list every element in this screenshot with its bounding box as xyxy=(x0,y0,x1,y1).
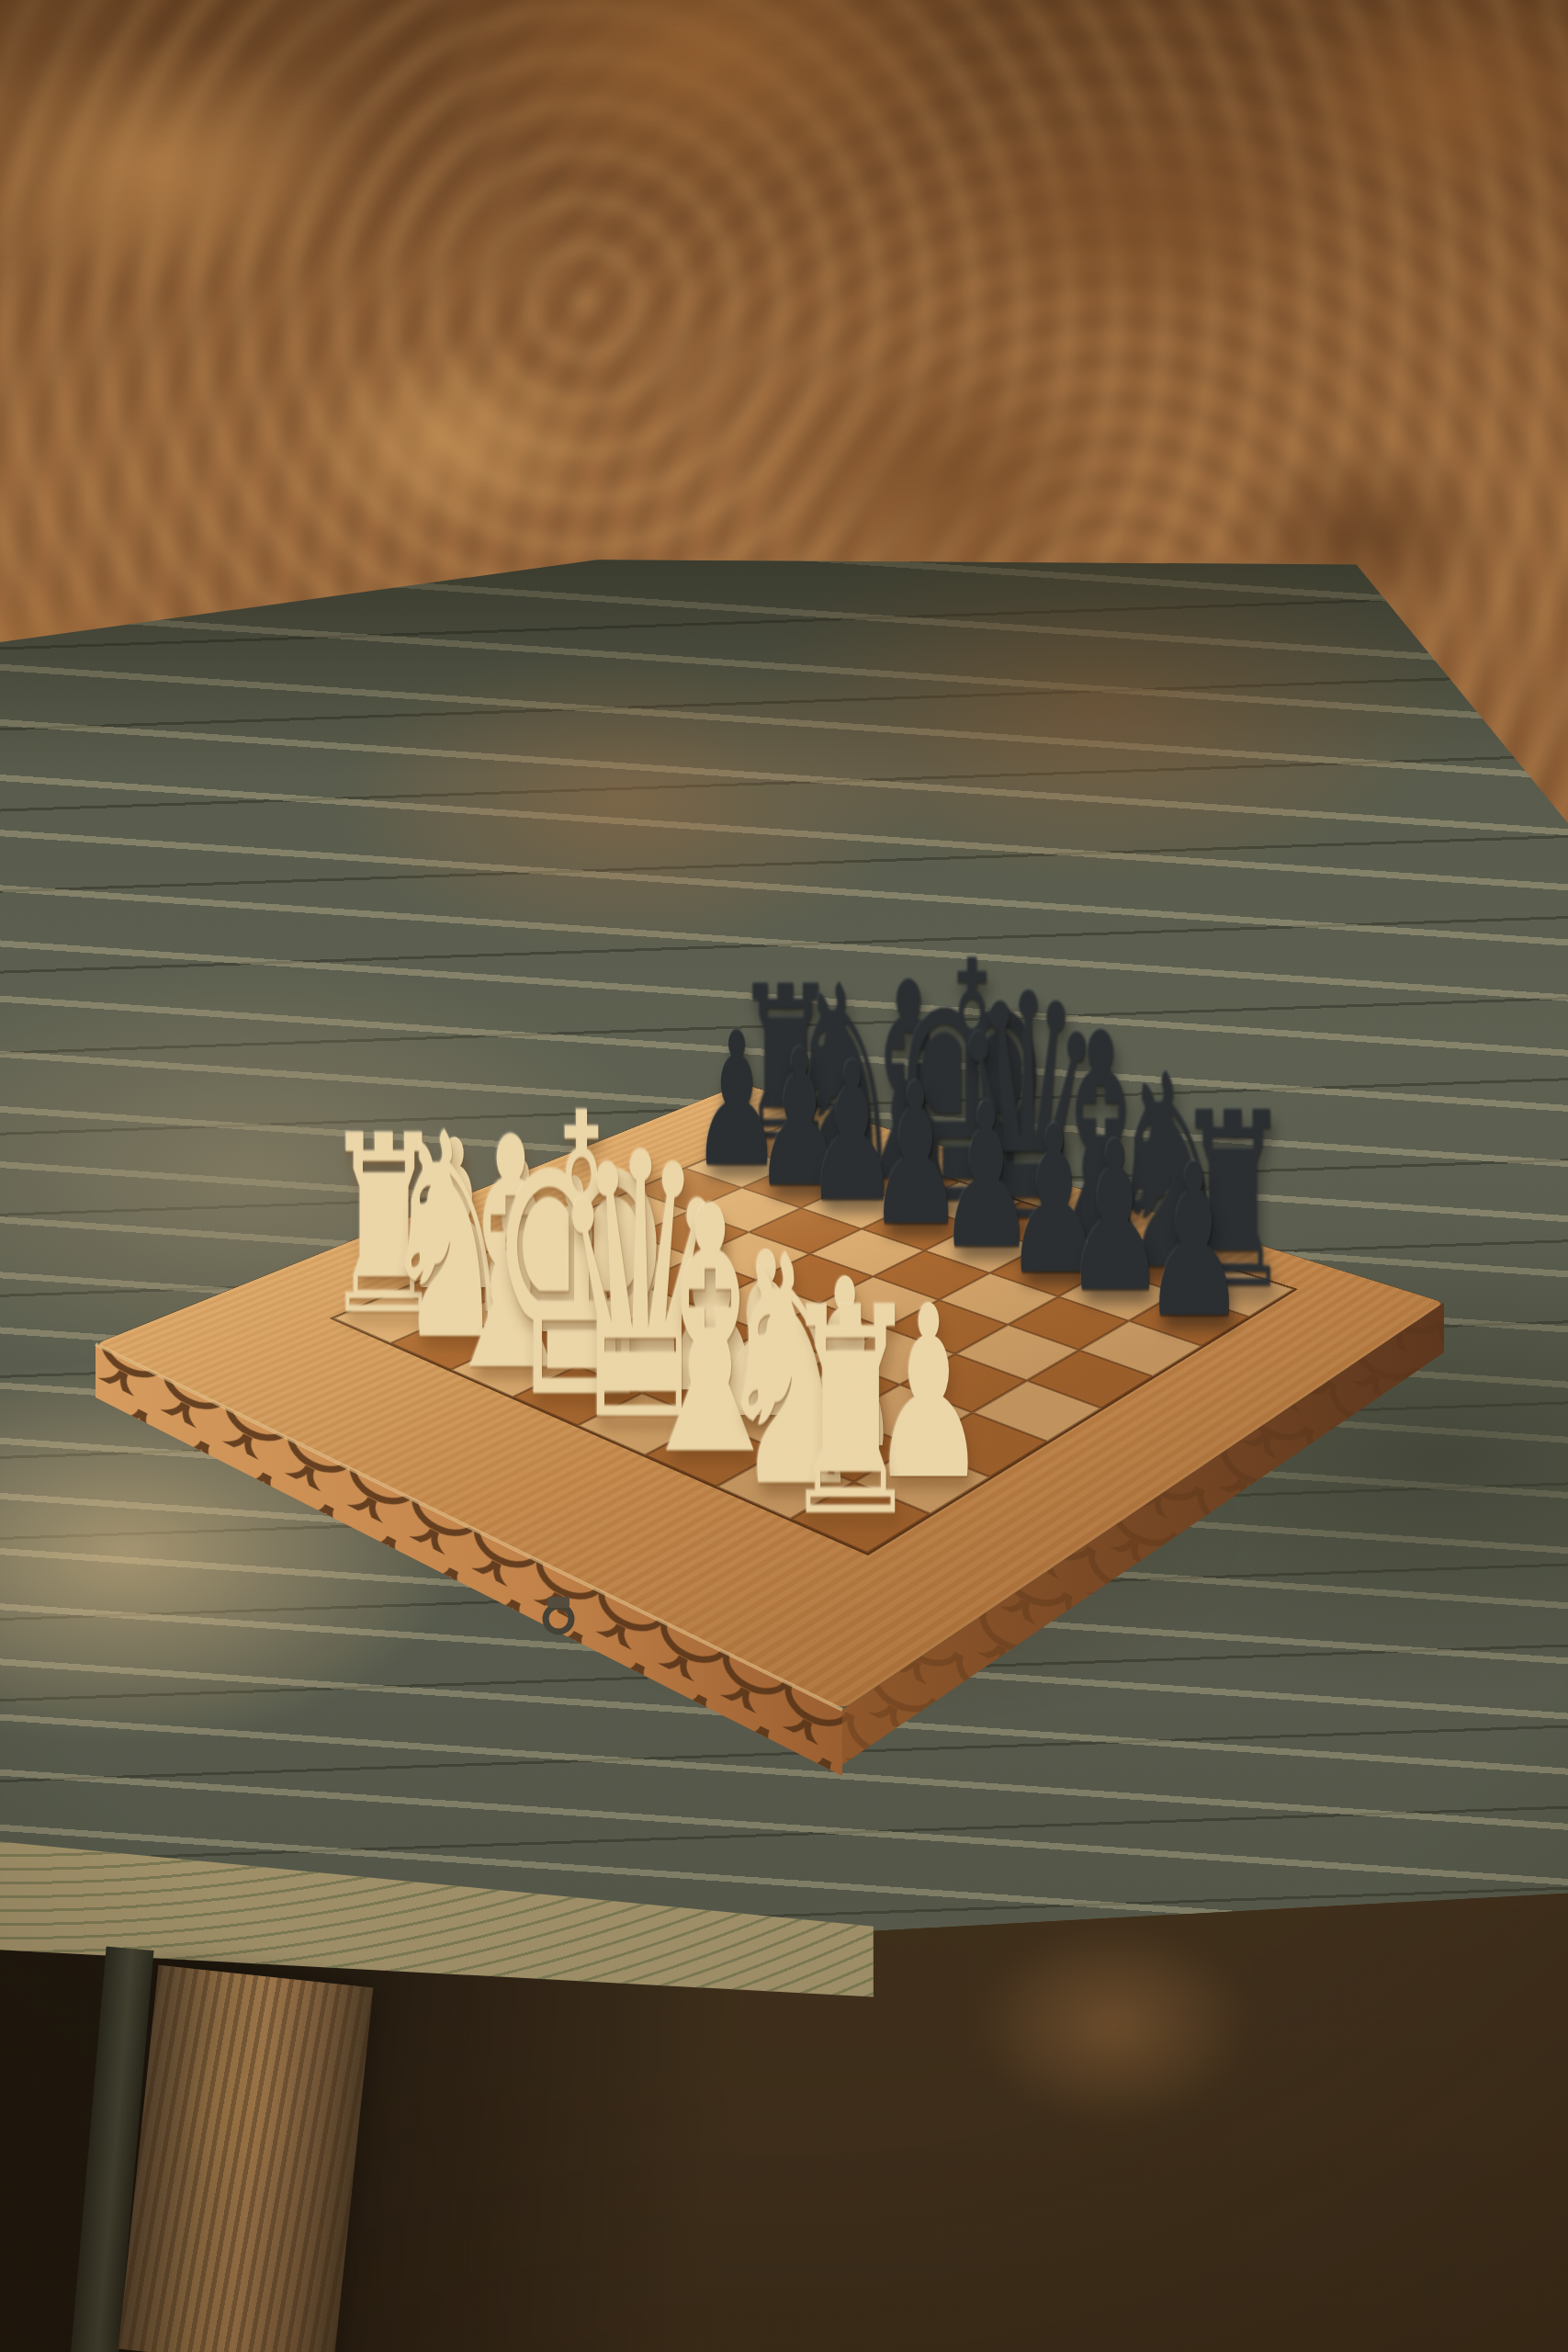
photo-scene: ♜♞♝♚♛♝♞♜♟♟♟♟♟♟♟♟♟♟♟♟♟♟♟♟♜♞♝♚♛♝♞♜ xyxy=(0,0,1568,2352)
table-leg-front xyxy=(118,1965,374,2352)
